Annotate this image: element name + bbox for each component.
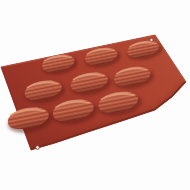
madeleine-mold-illustration [0,0,190,190]
hanging-hole-top-right [150,38,153,41]
product-photo [0,0,190,190]
hanging-hole-bottom-left [36,146,40,150]
